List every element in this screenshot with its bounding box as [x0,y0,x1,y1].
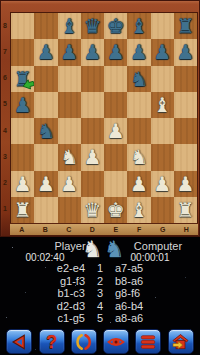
square-g6[interactable] [151,66,174,92]
menu-bars-icon [139,333,157,351]
white-rook: ♜ [11,197,34,223]
exit-home-icon [171,333,190,351]
square-a6[interactable]: ♜ [11,66,34,92]
square-f8[interactable]: ♝ [127,13,150,39]
menu-button[interactable] [135,329,161,354]
square-f3[interactable]: ♞ [127,144,150,170]
white-rook: ♜ [174,197,197,223]
square-f1[interactable]: ♝ [127,197,150,223]
white-pawn: ♟ [58,171,81,197]
rank-label-1: 1 [0,196,10,222]
black-pawn: ♟ [151,39,174,65]
toolbar: ? [0,328,200,355]
white-knight: ♞ [127,144,150,170]
black-pawn: ♟ [81,39,104,65]
move-number: 3 [89,287,111,300]
square-g1[interactable] [151,197,174,223]
square-a4[interactable] [11,118,34,144]
help-button[interactable]: ? [39,329,65,354]
white-pawn: ♟ [11,171,34,197]
black-bishop: ♝ [58,13,81,39]
move-number: 1 [89,262,111,275]
white-pawn: ♟ [151,171,174,197]
black-pawn: ♟ [104,39,127,65]
square-h8[interactable]: ♜ [174,13,197,39]
white-bishop: ♝ [151,92,174,118]
square-b2[interactable]: ♟ [34,171,57,197]
black-pawn: ♟ [58,39,81,65]
white-bishop: ♝ [127,197,150,223]
move-number: 4 [89,300,111,313]
square-a2[interactable]: ♟ [11,171,34,197]
file-label-H: H [175,224,199,235]
square-d3[interactable]: ♟ [81,144,104,170]
black-move: g8-f6 [111,287,167,300]
rank-label-3: 3 [0,143,10,169]
move-list: e2-e41a7-a5g1-f32b8-a6b1-c33g8-f6d2-d34a… [0,262,200,325]
square-e7[interactable]: ♟ [104,39,127,65]
file-labels: ABCDEFGH [10,223,198,236]
white-move: c1-g5 [33,312,89,325]
file-label-A: A [10,224,34,235]
white-king: ♚ [104,197,127,223]
white-move: b1-c3 [33,287,89,300]
black-pawn: ♟ [34,39,57,65]
white-pawn: ♟ [81,144,104,170]
black-queen: ♛ [81,13,104,39]
eye-icon [106,333,126,351]
rotate-button[interactable] [71,329,97,354]
black-move: a6-b4 [111,300,167,313]
square-h6[interactable] [174,66,197,92]
square-f7[interactable]: ♟ [127,39,150,65]
square-f4[interactable] [127,118,150,144]
rank-label-2: 2 [0,170,10,196]
square-g4[interactable] [151,118,174,144]
square-f6[interactable]: ♞ [127,66,150,92]
square-c5[interactable] [58,92,81,118]
question-mark-icon: ? [46,333,57,351]
square-g8[interactable] [151,13,174,39]
rank-label-7: 7 [0,38,10,64]
file-label-B: B [34,224,58,235]
square-c4[interactable] [58,118,81,144]
square-f2[interactable]: ♟ [127,171,150,197]
black-king: ♚ [104,13,127,39]
square-a7[interactable] [11,39,34,65]
square-e5[interactable] [104,92,127,118]
square-d1[interactable]: ♛ [81,197,104,223]
info-panel: Player ♞ ♞ Computer 00:02:40 00:00:01 e2… [0,237,200,355]
show-button[interactable] [103,329,129,354]
square-d7[interactable]: ♟ [81,39,104,65]
square-d5[interactable] [81,92,104,118]
move-number: 2 [89,275,111,288]
file-label-E: E [104,224,128,235]
square-c3[interactable]: ♞ [58,144,81,170]
square-h1[interactable]: ♜ [174,197,197,223]
square-c2[interactable]: ♟ [58,171,81,197]
black-move: a7-a5 [111,262,167,275]
white-knight-icon: ♞ [82,238,103,261]
rank-label-8: 8 [0,12,10,38]
black-bishop: ♝ [127,13,150,39]
move-row-4: d2-d34a6-b4 [0,300,200,313]
white-pawn: ♟ [127,171,150,197]
chess-board[interactable]: ♝♛♚♝♜♟♟♟♟♟♟♟♜♞♟♝♞♟♞♟♞♟♟♟♟♟♟♜♛♚♝♜ [10,12,198,224]
square-b3[interactable] [34,144,57,170]
square-h2[interactable]: ♟ [174,171,197,197]
move-row-3: b1-c33g8-f6 [0,287,200,300]
square-h3[interactable] [174,144,197,170]
square-a1[interactable]: ♜ [11,197,34,223]
square-g7[interactable]: ♟ [151,39,174,65]
computer-name: Computer [120,240,196,252]
square-h4[interactable] [174,118,197,144]
square-g5[interactable]: ♝ [151,92,174,118]
white-move: g1-f3 [33,275,89,288]
square-a3[interactable] [11,144,34,170]
square-e2[interactable] [104,171,127,197]
square-b1[interactable] [34,197,57,223]
square-b6[interactable] [34,66,57,92]
square-e4[interactable]: ♟ [104,118,127,144]
square-b8[interactable] [34,13,57,39]
file-label-C: C [57,224,81,235]
file-label-D: D [81,224,105,235]
exit-button[interactable] [168,329,194,354]
white-pawn: ♟ [104,118,127,144]
black-pawn: ♟ [127,39,150,65]
black-knight: ♞ [127,66,150,92]
square-b7[interactable]: ♟ [34,39,57,65]
square-b5[interactable] [34,92,57,118]
square-d6[interactable] [81,66,104,92]
square-e8[interactable]: ♚ [104,13,127,39]
black-move: b8-a6 [111,275,167,288]
rank-labels: 87654321 [0,12,10,222]
back-icon [10,333,28,351]
square-c8[interactable]: ♝ [58,13,81,39]
rotate-arrows-icon [75,333,93,351]
move-number: 5 [89,312,111,325]
square-a8[interactable] [11,13,34,39]
black-pawn: ♟ [11,92,34,118]
back-button[interactable] [6,329,32,354]
square-h7[interactable]: ♟ [174,39,197,65]
square-d2[interactable] [81,171,104,197]
move-row-5: c1-g55a8-a6 [0,312,200,325]
white-move: e2-e4 [33,262,89,275]
square-d8[interactable]: ♛ [81,13,104,39]
square-e1[interactable]: ♚ [104,197,127,223]
square-c7[interactable]: ♟ [58,39,81,65]
square-g3[interactable] [151,144,174,170]
square-b4[interactable]: ♞ [34,118,57,144]
square-a5[interactable]: ♟ [11,92,34,118]
rank-label-4: 4 [0,117,10,143]
square-h5[interactable] [174,92,197,118]
black-rook: ♜ [174,13,197,39]
file-label-F: F [128,224,152,235]
square-f5[interactable] [127,92,150,118]
rank-label-5: 5 [0,91,10,117]
file-label-G: G [151,224,175,235]
black-knight: ♞ [34,118,57,144]
white-queen: ♛ [81,197,104,223]
rank-label-6: 6 [0,65,10,91]
black-move: a8-a6 [111,312,167,325]
white-pawn: ♟ [174,171,197,197]
white-pawn: ♟ [34,171,57,197]
white-move: d2-d3 [33,300,89,313]
board-frame: 87654321 ♝♛♚♝♜♟♟♟♟♟♟♟♜♞♟♝♞♟♞♟♞♟♟♟♟♟♟♜♛♚♝… [0,0,200,237]
white-knight: ♞ [58,144,81,170]
square-d4[interactable] [81,118,104,144]
square-e3[interactable] [104,144,127,170]
square-c6[interactable] [58,66,81,92]
move-row-2: g1-f32b8-a6 [0,275,200,288]
move-row-1: e2-e41a7-a5 [0,262,200,275]
starfield-background [0,237,1,238]
black-pawn: ♟ [174,39,197,65]
square-g2[interactable]: ♟ [151,171,174,197]
square-c1[interactable] [58,197,81,223]
square-e6[interactable] [104,66,127,92]
